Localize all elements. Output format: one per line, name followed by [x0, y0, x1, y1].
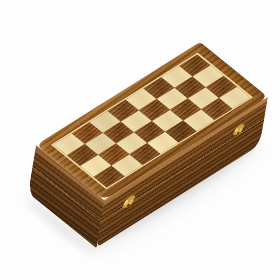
photo-background: [0, 0, 280, 280]
brass-clasp-left: [122, 191, 136, 213]
